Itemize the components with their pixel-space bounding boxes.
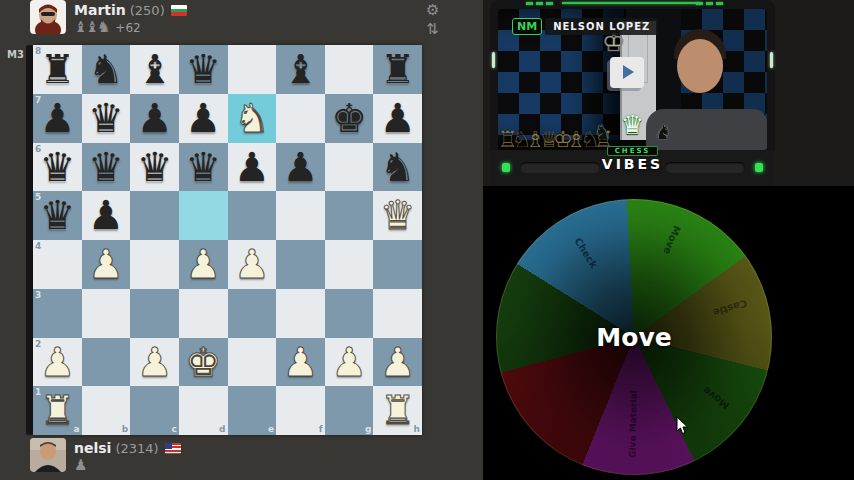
square-g6[interactable] (325, 143, 374, 192)
piece-bq-d6[interactable]: ♛ (179, 143, 228, 192)
square-d2[interactable]: ♚ (179, 338, 228, 387)
piece-bn-h6[interactable]: ♞ (373, 143, 422, 192)
square-d3[interactable] (179, 289, 228, 338)
piece-wn-e7[interactable]: ♞ (228, 94, 277, 143)
square-a6[interactable]: ♛6 (33, 143, 82, 192)
wheel-segment-label-give-material: Give Material (627, 390, 638, 458)
square-c3[interactable] (130, 289, 179, 338)
top-captured-pieces: ♝♝♞+62 (74, 19, 187, 36)
webcam-frame: ♔ ♖♘♗♕♔♗♘♖ NM NELSON LOPEZ ♞ ♞ ♛ CHESS V… (490, 0, 775, 186)
square-f8[interactable]: ♝ (276, 45, 325, 94)
piece-wq-h5[interactable]: ♛ (373, 191, 422, 240)
square-b4[interactable]: ♟ (82, 240, 131, 289)
square-h4[interactable] (373, 240, 422, 289)
wheel-panel: Move Check Castle Move Give Material Mov… (483, 186, 854, 480)
square-d4[interactable]: ♟ (179, 240, 228, 289)
file-coordinate: d (219, 424, 225, 434)
eval-mate-label: M3 (7, 49, 24, 60)
logo-knight-left-icon: ♞ (594, 120, 612, 144)
piece-bq-b6[interactable]: ♛ (82, 143, 131, 192)
piece-bp-e6[interactable]: ♟ (228, 143, 277, 192)
square-d1[interactable]: d (179, 386, 228, 435)
square-c4[interactable] (130, 240, 179, 289)
piece-bk-g7[interactable]: ♚ (325, 94, 374, 143)
file-coordinate: a (74, 424, 80, 434)
eval-bar (26, 45, 33, 435)
settings-gear-icon[interactable]: ⚙ (426, 3, 439, 18)
rank-coordinate: 2 (35, 339, 41, 349)
top-player-name[interactable]: Martin (74, 2, 126, 18)
square-g2[interactable]: ♟ (325, 338, 374, 387)
piece-wp-h2[interactable]: ♟ (373, 338, 422, 387)
square-a5[interactable]: ♛5 (33, 191, 82, 240)
square-f5[interactable] (276, 191, 325, 240)
right-side-led (770, 52, 773, 68)
rank-coordinate: 1 (35, 387, 41, 397)
square-d5[interactable] (179, 191, 228, 240)
bottom-player-name[interactable]: nelsi (74, 440, 111, 456)
square-e3[interactable] (228, 289, 277, 338)
square-e2[interactable] (228, 338, 277, 387)
square-f4[interactable] (276, 240, 325, 289)
square-b8[interactable]: ♞ (82, 45, 131, 94)
file-coordinate: f (319, 424, 323, 434)
rank-coordinate: 7 (35, 95, 41, 105)
webcam-led-bar (490, 0, 775, 9)
rank-coordinate: 3 (35, 290, 41, 300)
chess-board[interactable]: ♜8♞♝♛♝♜♟7♛♟♟♞♚♟♛6♛♛♛♟♟♞♛5♟♛4♟♟♟3♟2♟♚♟♟♟♜… (33, 45, 422, 435)
file-coordinate: b (122, 424, 128, 434)
file-coordinate: e (268, 424, 274, 434)
piece-wp-c2[interactable]: ♟ (130, 338, 179, 387)
top-player-avatar[interactable] (30, 0, 66, 34)
top-player-rating: (250) (130, 3, 165, 18)
bulgaria-flag-icon (171, 5, 187, 16)
piece-wp-b4[interactable]: ♟ (82, 240, 131, 289)
rank-coordinate: 6 (35, 144, 41, 154)
square-e8[interactable] (228, 45, 277, 94)
square-e7[interactable]: ♞ (228, 94, 277, 143)
square-e1[interactable]: e (228, 386, 277, 435)
bottom-player-row: nelsi(2314) ♟ (30, 438, 181, 473)
streamer-face (677, 39, 723, 93)
left-side-led (492, 52, 495, 68)
bottom-captured-pieces: ♟ (74, 457, 181, 473)
square-e4[interactable]: ♟ (228, 240, 277, 289)
square-g3[interactable] (325, 289, 374, 338)
square-b3[interactable] (82, 289, 131, 338)
square-f2[interactable]: ♟ (276, 338, 325, 387)
square-h7[interactable]: ♟ (373, 94, 422, 143)
green-led-left (502, 163, 510, 172)
piece-bp-h7[interactable]: ♟ (373, 94, 422, 143)
square-h8[interactable]: ♜ (373, 45, 422, 94)
square-g4[interactable] (325, 240, 374, 289)
usa-flag-icon (165, 443, 181, 454)
piece-wp-d4[interactable]: ♟ (179, 240, 228, 289)
nm-title-badge: NM (512, 18, 542, 35)
youtube-play-icon (623, 65, 634, 79)
wheel-result-label: Move (596, 323, 671, 352)
square-c7[interactable]: ♟ (130, 94, 179, 143)
spin-wheel[interactable]: Move Check Castle Move Give Material Mov… (496, 199, 772, 475)
top-player-row: Martin(250) ♝♝♞+62 (30, 0, 187, 36)
streamer-name-badge: NELSON LOPEZ (545, 18, 658, 35)
square-h5[interactable]: ♛ (373, 191, 422, 240)
material-advantage: +62 (115, 21, 140, 35)
bottom-player-rating: (2314) (115, 441, 158, 456)
square-a2[interactable]: ♟2 (33, 338, 82, 387)
square-c2[interactable]: ♟ (130, 338, 179, 387)
square-b5[interactable]: ♟ (82, 191, 131, 240)
bottom-player-avatar[interactable] (30, 438, 66, 472)
square-c8[interactable]: ♝ (130, 45, 179, 94)
piece-br-h8[interactable]: ♜ (373, 45, 422, 94)
file-coordinate: c (172, 424, 177, 434)
square-h2[interactable]: ♟ (373, 338, 422, 387)
square-g8[interactable] (325, 45, 374, 94)
piece-bq-d8[interactable]: ♛ (179, 45, 228, 94)
square-d8[interactable]: ♛ (179, 45, 228, 94)
square-e5[interactable] (228, 191, 277, 240)
square-a7[interactable]: ♟7 (33, 94, 82, 143)
square-b6[interactable]: ♛ (82, 143, 131, 192)
square-f1[interactable]: f (276, 386, 325, 435)
square-c5[interactable] (130, 191, 179, 240)
square-h1[interactable]: ♜h (373, 386, 422, 435)
rank-coordinate: 5 (35, 192, 41, 202)
piece-wp-g2[interactable]: ♟ (325, 338, 374, 387)
stream-screen: Martin(250) ♝♝♞+62 ⚙ ⇅ M3 ♜8♞♝♛♝♜♟7♛♟♟♞♚… (0, 0, 854, 480)
rank-coordinate: 4 (35, 241, 41, 251)
square-a8[interactable]: ♜8 (33, 45, 82, 94)
square-d7[interactable]: ♟ (179, 94, 228, 143)
square-h3[interactable] (373, 289, 422, 338)
piece-bp-f6[interactable]: ♟ (276, 143, 325, 192)
square-a3[interactable]: 3 (33, 289, 82, 338)
piece-bq-b7[interactable]: ♛ (82, 94, 131, 143)
green-led-right (755, 163, 763, 172)
file-coordinate: h (414, 424, 420, 434)
square-d6[interactable]: ♛ (179, 143, 228, 192)
square-f7[interactable] (276, 94, 325, 143)
square-b2[interactable] (82, 338, 131, 387)
square-c6[interactable]: ♛ (130, 143, 179, 192)
square-g1[interactable]: g (325, 386, 374, 435)
chess-app-panel: Martin(250) ♝♝♞+62 ⚙ ⇅ M3 ♜8♞♝♛♝♜♟7♛♟♟♞♚… (0, 0, 483, 480)
piece-bn-b8[interactable]: ♞ (82, 45, 131, 94)
piece-bp-c7[interactable]: ♟ (130, 94, 179, 143)
flip-board-icon[interactable]: ⇅ (426, 22, 439, 37)
piece-wk-d2[interactable]: ♚ (179, 338, 228, 387)
logo-chess-text: CHESS (607, 146, 659, 156)
square-g7[interactable]: ♚ (325, 94, 374, 143)
file-coordinate: g (365, 424, 371, 434)
logo-knight-right-icon: ♞ (654, 120, 672, 144)
square-c1[interactable]: c (130, 386, 179, 435)
mouse-cursor (676, 417, 690, 439)
square-e6[interactable]: ♟ (228, 143, 277, 192)
square-a4[interactable]: 4 (33, 240, 82, 289)
piece-bb-f8[interactable]: ♝ (276, 45, 325, 94)
piece-bq-c6[interactable]: ♛ (130, 143, 179, 192)
square-f3[interactable] (276, 289, 325, 338)
piece-wp-f2[interactable]: ♟ (276, 338, 325, 387)
square-g5[interactable] (325, 191, 374, 240)
piece-bb-c8[interactable]: ♝ (130, 45, 179, 94)
square-a1[interactable]: ♜1a (33, 386, 82, 435)
youtube-logo-cube (610, 57, 644, 88)
piece-bp-d7[interactable]: ♟ (179, 94, 228, 143)
square-b1[interactable]: b (82, 386, 131, 435)
square-h6[interactable]: ♞ (373, 143, 422, 192)
logo-vibes-text: VIBES (578, 157, 688, 172)
chess-vibes-logo: ♞ ♞ ♛ CHESS VIBES (578, 112, 688, 172)
piece-wp-e4[interactable]: ♟ (228, 240, 277, 289)
square-b7[interactable]: ♛ (82, 94, 131, 143)
piece-bp-b5[interactable]: ♟ (82, 191, 131, 240)
streamer-badge: NM NELSON LOPEZ (512, 18, 658, 35)
rank-coordinate: 8 (35, 46, 41, 56)
square-f6[interactable]: ♟ (276, 143, 325, 192)
